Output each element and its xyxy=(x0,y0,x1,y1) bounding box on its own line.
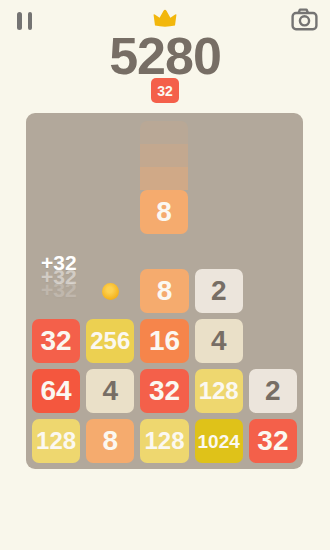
tile-32: 32 xyxy=(249,419,297,463)
tile-16: 16 xyxy=(140,319,188,363)
tile-8: 8 xyxy=(86,419,134,463)
next-tile-preview: 32 xyxy=(151,78,179,103)
tile-2: 2 xyxy=(195,269,243,313)
camera-button[interactable] xyxy=(291,8,318,31)
tile-4: 4 xyxy=(86,369,134,413)
tile-2: 2 xyxy=(249,369,297,413)
tile-128: 128 xyxy=(195,369,243,413)
tile-1024: 1024 xyxy=(195,419,243,463)
tile-32: 32 xyxy=(140,369,188,413)
tile-32: 32 xyxy=(32,319,80,363)
tile-4: 4 xyxy=(195,319,243,363)
tile-64: 64 xyxy=(32,369,80,413)
tile-128: 128 xyxy=(140,419,188,463)
crown-icon xyxy=(0,9,330,27)
score-value: 5280 xyxy=(0,30,330,82)
tile-grid: 82322561646443212821288128102432 xyxy=(26,113,303,469)
tile-256: 256 xyxy=(86,319,134,363)
tile-8: 8 xyxy=(140,269,188,313)
tile-128: 128 xyxy=(32,419,80,463)
game-screen: 5280 32 8 +32 +32 +32 823225616464432128… xyxy=(0,0,330,550)
camera-icon xyxy=(291,8,318,31)
game-board[interactable]: 8 +32 +32 +32 82322561646443212821288128… xyxy=(26,113,303,469)
